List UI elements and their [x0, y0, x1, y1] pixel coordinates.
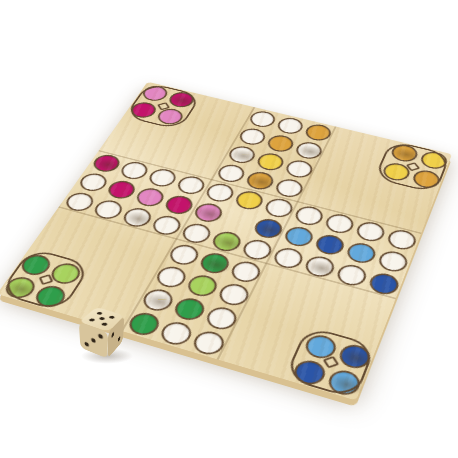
- green-lane-circle: [184, 272, 221, 299]
- track-circle: [334, 262, 369, 288]
- pawn-blue-light: [329, 331, 359, 382]
- green-home-circle: [46, 260, 84, 286]
- ludo-photo-scene: [0, 0, 458, 458]
- blue-lane-circle: [344, 240, 379, 265]
- pawn-body: [306, 231, 333, 266]
- die-pip: [85, 341, 89, 347]
- pawn-body: [124, 183, 150, 217]
- pawn-body: [296, 118, 320, 150]
- track-circle: [376, 248, 411, 274]
- pawn-green-light: [6, 239, 33, 287]
- pawn-body: [201, 227, 228, 262]
- track-circle: [353, 219, 387, 243]
- pawn-pink-light: [94, 120, 119, 163]
- pawn-blue-dark: [296, 108, 320, 150]
- die-pip: [98, 333, 103, 339]
- die-pip: [91, 338, 96, 344]
- pawn-body: [247, 147, 272, 180]
- pawn-pink-dark: [306, 219, 333, 266]
- pawn-body: [6, 251, 33, 287]
- track-circle: [385, 227, 419, 252]
- track-circle: [202, 304, 240, 332]
- pawn-green-dark: [124, 172, 150, 217]
- green-lane-circle: [170, 295, 208, 323]
- pawn-body: [329, 343, 359, 382]
- track-circle: [76, 171, 111, 193]
- track-circle: [215, 281, 252, 308]
- die-shadow: [80, 348, 134, 364]
- pawn-yellow-dark: [247, 137, 272, 180]
- track-circle: [149, 213, 185, 237]
- track-circle: [157, 318, 196, 347]
- pawn-body: [255, 194, 281, 228]
- track-circle: [239, 237, 274, 262]
- green-start-circle: [124, 309, 163, 337]
- pawn-body: [94, 130, 119, 162]
- track-circle: [270, 245, 305, 271]
- pawn-green-dark: [201, 216, 228, 263]
- blue-start-circle: [366, 270, 401, 297]
- ludo-board: [0, 82, 452, 401]
- pawn-yellow-light: [144, 251, 172, 299]
- pawn-body: [144, 263, 172, 299]
- blue-home-circle: [290, 357, 329, 388]
- pawn-blue-light: [255, 183, 281, 228]
- track-circle: [227, 258, 263, 284]
- green-home-circle: [31, 282, 70, 309]
- track-circle: [189, 328, 228, 357]
